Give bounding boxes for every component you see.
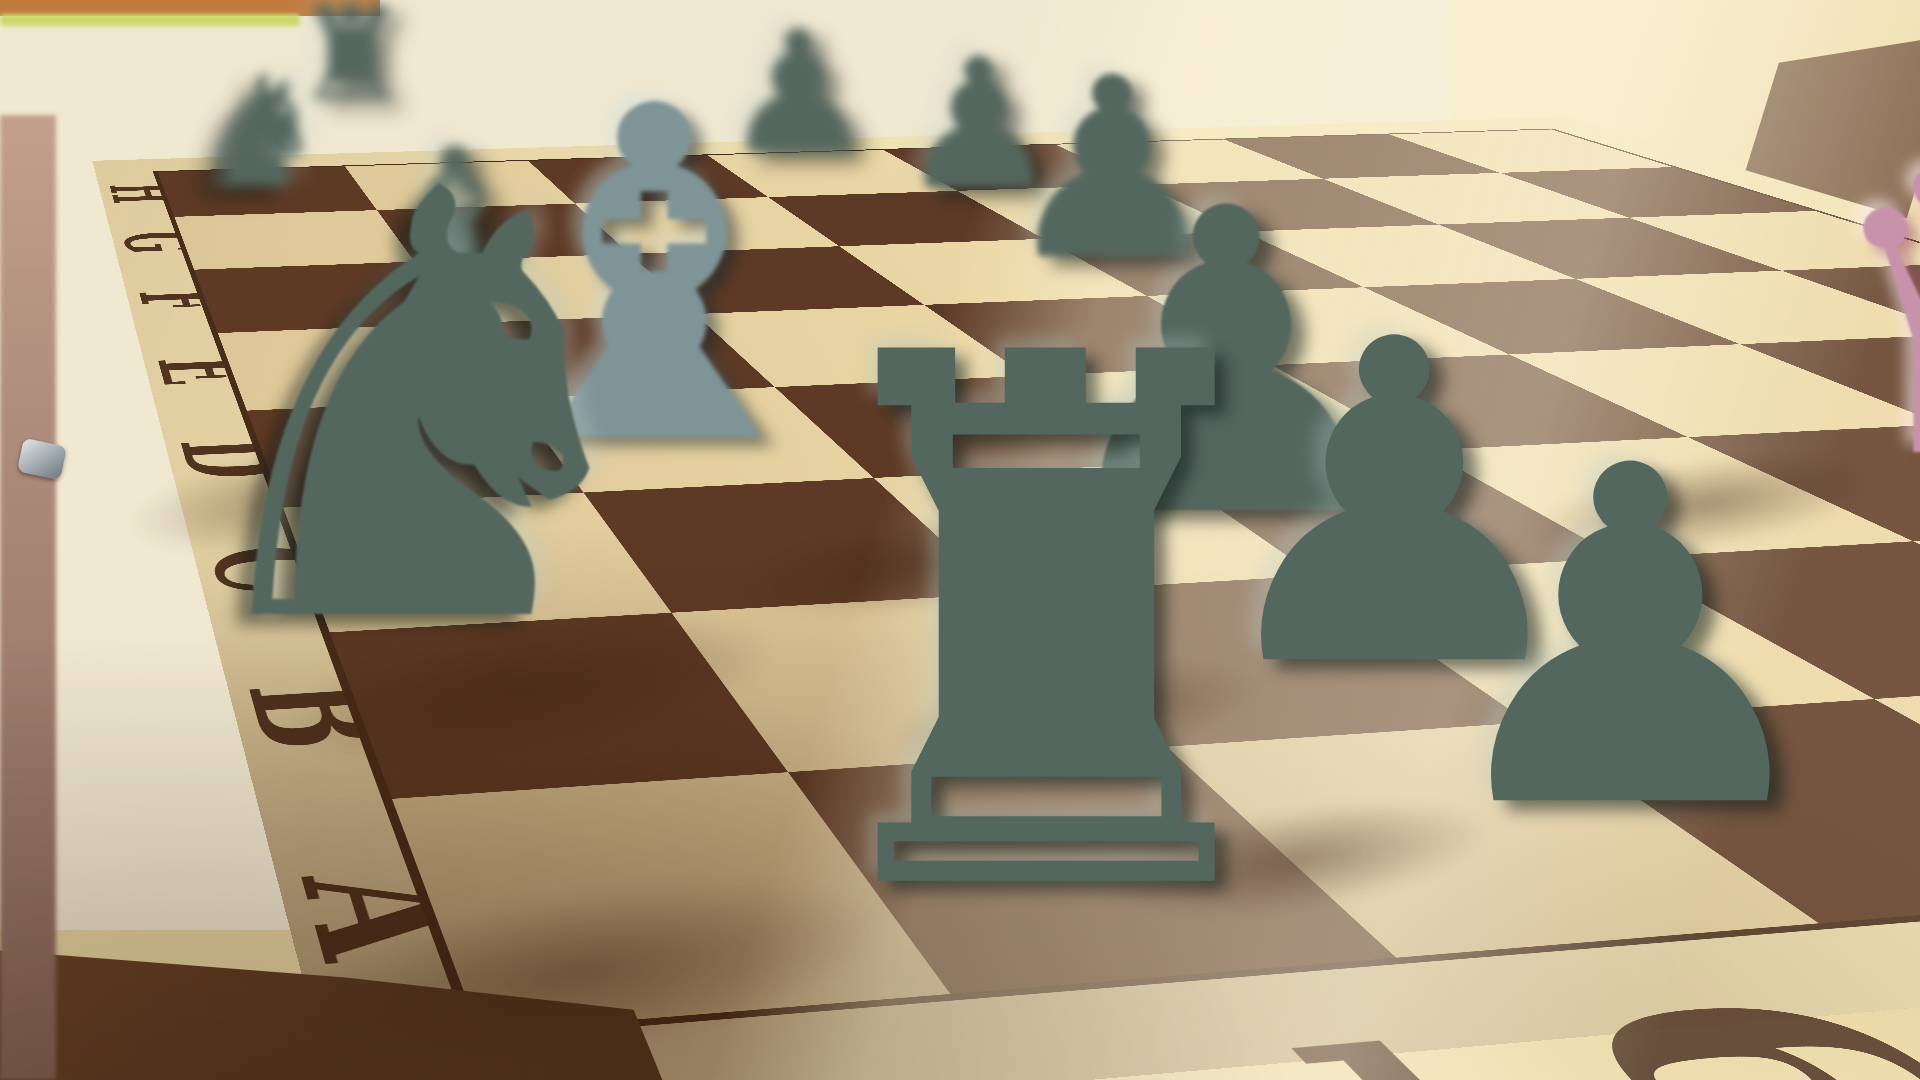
chess-photo-frame: HGFEDCBA 87654321 ♜♞♝♟♟♟♝♛♟♞♟♟♜ [0, 0, 1920, 1080]
background-green-object [0, 14, 300, 26]
floor-background [0, 115, 56, 1080]
